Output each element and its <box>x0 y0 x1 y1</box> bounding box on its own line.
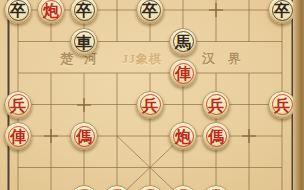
piece-character: 俥 <box>175 66 191 82</box>
piece-character: 兵 <box>208 97 224 113</box>
piece-character: 卒 <box>76 3 92 19</box>
position-marker <box>242 129 256 143</box>
piece-character: 卒 <box>274 3 290 19</box>
piece-black-horse[interactable]: 馬 <box>169 28 197 56</box>
piece-red-soldier[interactable]: 兵 <box>136 91 164 119</box>
piece-black-chariot[interactable]: 車 <box>70 28 98 56</box>
position-marker <box>44 129 58 143</box>
piece-character: 卒 <box>142 3 158 19</box>
board-right-margin <box>293 0 304 190</box>
piece-character: 卒 <box>10 3 26 19</box>
piece-character: 車 <box>76 34 92 50</box>
piece-red-soldier[interactable]: 兵 <box>202 91 230 119</box>
piece-character: 炮 <box>43 3 59 19</box>
river-app-watermark: JJ象棋 <box>122 51 162 67</box>
piece-character: 兵 <box>274 97 290 113</box>
river-label-han-jie: 汉界 <box>202 51 254 67</box>
xiangqi-board: 楚河 JJ象棋 汉界 卒炮卒卒卒車馬俥兵兵兵兵俥傌炮傌相仕帥仕相 <box>0 0 304 190</box>
piece-red-chariot[interactable]: 俥 <box>4 122 32 150</box>
piece-character: 炮 <box>175 129 191 145</box>
piece-red-soldier[interactable]: 兵 <box>4 91 32 119</box>
piece-character: 兵 <box>142 97 158 113</box>
piece-character: 馬 <box>175 34 191 50</box>
piece-character: 傌 <box>76 129 92 145</box>
piece-red-cannon[interactable]: 炮 <box>169 122 197 150</box>
position-marker <box>77 98 91 112</box>
piece-red-horse[interactable]: 傌 <box>70 122 98 150</box>
piece-red-horse[interactable]: 傌 <box>202 122 230 150</box>
piece-character: 俥 <box>10 129 26 145</box>
piece-red-soldier[interactable]: 兵 <box>268 91 296 119</box>
piece-character: 兵 <box>10 97 26 113</box>
piece-red-chariot[interactable]: 俥 <box>169 59 197 87</box>
position-marker <box>209 3 223 17</box>
piece-character: 傌 <box>208 129 224 145</box>
